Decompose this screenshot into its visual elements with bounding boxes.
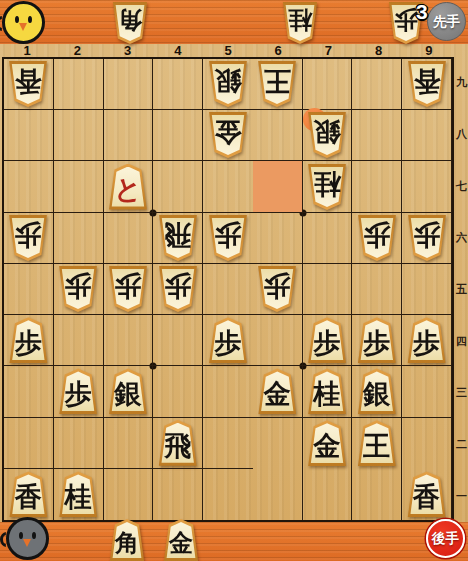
piece-kanji: 桂: [306, 375, 348, 414]
piece-kanji: 角: [111, 2, 149, 38]
square-75[interactable]: [303, 264, 353, 315]
piece-sente-pawn[interactable]: 歩: [207, 215, 249, 261]
square-73[interactable]: 桂: [303, 366, 353, 417]
piece-kanji: 歩: [256, 266, 298, 305]
square-99[interactable]: 香: [402, 59, 452, 110]
rank-label-2: 二: [456, 439, 467, 450]
square-35[interactable]: 歩: [104, 264, 154, 315]
piece-kanji: 桂: [306, 164, 348, 203]
square-52[interactable]: [203, 418, 253, 469]
square-32[interactable]: [104, 418, 154, 469]
square-78[interactable]: 銀: [303, 110, 353, 161]
square-25[interactable]: 歩: [54, 264, 104, 315]
square-38[interactable]: [104, 110, 154, 161]
piece-kanji: 香: [7, 478, 49, 517]
square-97[interactable]: [402, 161, 452, 212]
piece-kanji: 金: [256, 375, 298, 414]
square-31[interactable]: [104, 469, 154, 520]
square-18[interactable]: [4, 110, 54, 161]
piece-gote-knight[interactable]: 桂: [306, 368, 348, 414]
square-55[interactable]: [203, 264, 253, 315]
square-69[interactable]: 王: [253, 59, 303, 110]
square-94[interactable]: 歩: [402, 315, 452, 366]
square-23[interactable]: 歩: [54, 366, 104, 417]
square-36[interactable]: [104, 213, 154, 264]
chick-eye: [28, 16, 32, 23]
square-77[interactable]: 桂: [303, 161, 353, 212]
piece-sente-king[interactable]: 王: [256, 61, 298, 107]
square-86[interactable]: 歩: [352, 213, 402, 264]
file-label-7: 7: [325, 44, 332, 57]
square-39[interactable]: [104, 59, 154, 110]
piece-sente-lance[interactable]: 香: [406, 61, 448, 107]
top-player-avatar: [2, 1, 45, 44]
piece-kanji: 金: [207, 112, 249, 151]
rank-label-9: 九: [456, 77, 467, 88]
square-58[interactable]: 金: [203, 110, 253, 161]
piece-kanji: 歩: [7, 324, 49, 363]
top-hand-pawn-count: 3: [416, 1, 428, 22]
square-56[interactable]: 歩: [203, 213, 253, 264]
square-27[interactable]: [54, 161, 104, 212]
piece-kanji: 桂: [281, 2, 319, 38]
square-11[interactable]: 香: [4, 469, 54, 520]
square-53[interactable]: [203, 366, 253, 417]
square-41[interactable]: [153, 469, 203, 520]
piece-kanji: 金: [306, 427, 348, 466]
chick-tail: [0, 16, 9, 31]
piece-sente-knight[interactable]: 桂: [306, 164, 348, 210]
piece-kanji: 香: [7, 61, 49, 100]
square-45[interactable]: 歩: [153, 264, 203, 315]
square-82[interactable]: 王: [352, 418, 402, 469]
rank-label-3: 三: [456, 387, 467, 398]
piece-gote-bishop[interactable]: 角: [108, 519, 146, 561]
piece-kanji: 歩: [57, 375, 99, 414]
rank-label-8: 八: [456, 129, 467, 140]
piece-gote-rook[interactable]: 飛: [157, 420, 199, 466]
square-65[interactable]: 歩: [253, 264, 303, 315]
piece-gote-gold[interactable]: 金: [162, 519, 200, 561]
piece-gote-gold[interactable]: 金: [256, 368, 298, 414]
square-83[interactable]: 銀: [352, 366, 402, 417]
piece-kanji: 香: [406, 478, 448, 517]
square-89[interactable]: [352, 59, 402, 110]
piece-sente-pawn[interactable]: 歩: [7, 215, 49, 261]
bottom-player-avatar: [6, 517, 49, 560]
square-61[interactable]: [253, 469, 303, 520]
square-28[interactable]: [54, 110, 104, 161]
sente-badge: 先手: [427, 2, 466, 41]
square-62[interactable]: [253, 418, 303, 469]
piece-sente-pawn[interactable]: 歩: [406, 215, 448, 261]
square-16[interactable]: 歩: [4, 213, 54, 264]
piece-gote-tokin[interactable]: と: [107, 164, 149, 210]
piece-kanji: 歩: [207, 215, 249, 254]
square-79[interactable]: [303, 59, 353, 110]
piece-gote-king[interactable]: 王: [356, 420, 398, 466]
square-44[interactable]: [153, 315, 203, 366]
square-13[interactable]: [4, 366, 54, 417]
file-label-3: 3: [124, 44, 131, 57]
piece-sente-silver[interactable]: 銀: [207, 61, 249, 107]
square-33[interactable]: 銀: [104, 366, 154, 417]
square-95[interactable]: [402, 264, 452, 315]
square-29[interactable]: [54, 59, 104, 110]
piece-kanji: 歩: [107, 266, 149, 305]
square-24[interactable]: [54, 315, 104, 366]
piece-sente-knight[interactable]: 桂: [281, 2, 319, 44]
piece-gote-pawn[interactable]: 歩: [207, 317, 249, 363]
square-88[interactable]: [352, 110, 402, 161]
square-49[interactable]: [153, 59, 203, 110]
file-label-4: 4: [174, 44, 181, 57]
square-19[interactable]: 香: [4, 59, 54, 110]
piece-kanji: 歩: [406, 324, 448, 363]
square-76[interactable]: [303, 213, 353, 264]
piece-gote-lance[interactable]: 香: [406, 471, 448, 517]
piece-sente-silver[interactable]: 銀: [306, 112, 348, 158]
file-label-5: 5: [224, 44, 231, 57]
piece-kanji: 銀: [207, 61, 249, 100]
piece-kanji: 角: [108, 525, 146, 561]
piece-gote-pawn[interactable]: 歩: [7, 317, 49, 363]
piece-gote-pawn[interactable]: 歩: [356, 317, 398, 363]
piece-kanji: 銀: [356, 375, 398, 414]
square-71[interactable]: [303, 469, 353, 520]
square-59[interactable]: 銀: [203, 59, 253, 110]
chick-beak-icon: [23, 539, 31, 547]
square-34[interactable]: [104, 315, 154, 366]
chick-eye: [15, 16, 19, 23]
piece-sente-pawn[interactable]: 歩: [157, 266, 199, 312]
piece-gote-knight[interactable]: 桂: [57, 471, 99, 517]
square-26[interactable]: [54, 213, 104, 264]
square-68[interactable]: [253, 110, 303, 161]
chick-eye: [19, 532, 23, 539]
piece-gote-gold[interactable]: 金: [306, 420, 348, 466]
piece-sente-pawn[interactable]: 歩: [57, 266, 99, 312]
square-66[interactable]: [253, 213, 303, 264]
square-96[interactable]: 歩: [402, 213, 452, 264]
file-coordinates: 123456789: [2, 44, 454, 57]
square-67[interactable]: [253, 161, 303, 212]
file-label-1: 1: [23, 44, 30, 57]
square-47[interactable]: [153, 161, 203, 212]
file-label-8: 8: [375, 44, 382, 57]
square-63[interactable]: 金: [253, 366, 303, 417]
square-17[interactable]: [4, 161, 54, 212]
square-57[interactable]: [203, 161, 253, 212]
piece-kanji: 歩: [157, 266, 199, 305]
square-21[interactable]: 桂: [54, 469, 104, 520]
piece-gote-pawn[interactable]: 歩: [406, 317, 448, 363]
square-37[interactable]: と: [104, 161, 154, 212]
square-84[interactable]: 歩: [352, 315, 402, 366]
rank-label-6: 六: [456, 232, 467, 243]
square-64[interactable]: [253, 315, 303, 366]
square-85[interactable]: [352, 264, 402, 315]
piece-kanji: 桂: [57, 478, 99, 517]
square-42[interactable]: 飛: [153, 418, 203, 469]
shogi-app: 3 先手 角桂歩 123456789 香銀王香金銀と桂歩飛歩歩歩歩歩歩歩歩歩歩歩…: [0, 0, 468, 561]
board-grid: 香銀王香金銀と桂歩飛歩歩歩歩歩歩歩歩歩歩歩歩歩銀金桂銀飛金王香桂香: [2, 57, 454, 522]
piece-kanji: 銀: [107, 375, 149, 414]
piece-gote-silver[interactable]: 銀: [356, 368, 398, 414]
piece-kanji: 歩: [57, 266, 99, 305]
piece-kanji: 歩: [207, 324, 249, 363]
square-81[interactable]: [352, 469, 402, 520]
chick-tail: [0, 532, 13, 547]
piece-gote-pawn[interactable]: 歩: [57, 368, 99, 414]
piece-kanji: 歩: [356, 215, 398, 254]
rank-label-5: 五: [456, 284, 467, 295]
rank-coordinates: 九八七六五四三二一: [455, 57, 468, 522]
top-hand-tray: 3 先手 角桂歩: [0, 0, 468, 44]
square-12[interactable]: [4, 418, 54, 469]
piece-kanji: 飛: [157, 427, 199, 466]
piece-sente-rook[interactable]: 飛: [157, 215, 199, 261]
piece-sente-pawn[interactable]: 歩: [107, 266, 149, 312]
square-93[interactable]: [402, 366, 452, 417]
file-label-9: 9: [425, 44, 432, 57]
piece-kanji: 王: [256, 61, 298, 100]
piece-sente-pawn[interactable]: 歩: [356, 215, 398, 261]
gote-badge: 後手: [426, 519, 465, 558]
square-72[interactable]: 金: [303, 418, 353, 469]
piece-sente-pawn[interactable]: 歩: [256, 266, 298, 312]
piece-kanji: 香: [406, 61, 448, 100]
square-54[interactable]: 歩: [203, 315, 253, 366]
square-51[interactable]: [203, 469, 253, 520]
bottom-hand-tray: 後手 角金: [0, 522, 468, 561]
board-area: 123456789 香銀王香金銀と桂歩飛歩歩歩歩歩歩歩歩歩歩歩歩歩銀金桂銀飛金王…: [0, 44, 468, 522]
piece-sente-bishop[interactable]: 角: [111, 2, 149, 44]
piece-gote-silver[interactable]: 銀: [107, 368, 149, 414]
square-92[interactable]: [402, 418, 452, 469]
piece-gote-pawn[interactable]: 歩: [306, 317, 348, 363]
piece-kanji: 歩: [7, 215, 49, 254]
file-label-6: 6: [275, 44, 282, 57]
rank-label-7: 七: [456, 181, 467, 192]
piece-kanji: 歩: [406, 215, 448, 254]
piece-kanji: と: [107, 171, 149, 210]
rank-label-4: 四: [456, 336, 467, 347]
piece-kanji: 王: [356, 427, 398, 466]
piece-kanji: 銀: [306, 112, 348, 151]
file-label-2: 2: [74, 44, 81, 57]
rank-label-1: 一: [456, 491, 467, 502]
piece-kanji: 飛: [157, 215, 199, 254]
square-74[interactable]: 歩: [303, 315, 353, 366]
square-22[interactable]: [54, 418, 104, 469]
piece-kanji: 金: [162, 525, 200, 561]
chick-eye: [32, 532, 36, 539]
square-15[interactable]: [4, 264, 54, 315]
square-91[interactable]: 香: [402, 469, 452, 520]
chick-beak-icon: [19, 23, 27, 31]
square-43[interactable]: [153, 366, 203, 417]
square-48[interactable]: [153, 110, 203, 161]
piece-sente-gold[interactable]: 金: [207, 112, 249, 158]
square-46[interactable]: 飛: [153, 213, 203, 264]
square-98[interactable]: [402, 110, 452, 161]
piece-kanji: 歩: [306, 324, 348, 363]
piece-gote-lance[interactable]: 香: [7, 471, 49, 517]
square-87[interactable]: [352, 161, 402, 212]
piece-sente-lance[interactable]: 香: [7, 61, 49, 107]
square-14[interactable]: 歩: [4, 315, 54, 366]
piece-kanji: 歩: [356, 324, 398, 363]
